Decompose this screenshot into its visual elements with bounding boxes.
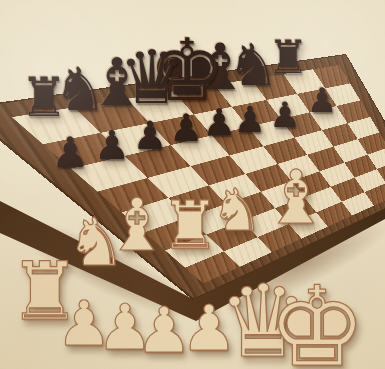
white-king[interactable]: ♚ (268, 272, 367, 369)
black-pawn[interactable]: ♟ (307, 83, 337, 117)
black-pawn[interactable]: ♟ (51, 132, 89, 174)
black-pawn[interactable]: ♟ (234, 102, 266, 138)
black-pawn[interactable]: ♟ (269, 98, 300, 133)
black-pawn[interactable]: ♟ (133, 116, 168, 155)
chess-set-photo: ♜♞♝♚♛♝♞♟♜♟♟♟♟♟♟♟♝♞♜♝♞♜♟♟♟♟♛♚ (0, 0, 385, 369)
white-bishop[interactable]: ♝ (263, 160, 329, 234)
black-rook[interactable]: ♜ (20, 71, 68, 125)
black-pawn[interactable]: ♟ (202, 104, 235, 141)
black-pawn[interactable]: ♟ (94, 125, 130, 165)
black-pawn[interactable]: ♟ (169, 109, 203, 147)
white-pawn[interactable]: ♟ (136, 299, 192, 362)
white-rook[interactable]: ♜ (160, 193, 219, 259)
